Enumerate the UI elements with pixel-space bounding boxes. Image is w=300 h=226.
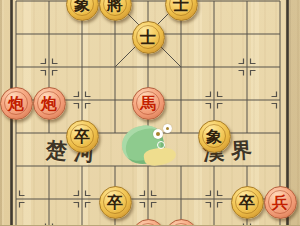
piece-black-general-c4r0[interactable]: 將: [99, 0, 132, 21]
piece-carved-ring: [136, 223, 161, 225]
xiangqi-game-screen: 楚河 漢界 象將士士炮炮馬卒象卒卒兵: [0, 0, 300, 225]
piece-glyph: 炮: [8, 96, 24, 112]
piece-red-cannon-c1r3[interactable]: 炮: [0, 87, 33, 120]
piece-black-soldier-c8r6[interactable]: 卒: [231, 186, 264, 219]
piece-glyph: 卒: [74, 129, 90, 145]
piece-red-cannon-c2r3[interactable]: 炮: [33, 87, 66, 120]
piece-glyph: 卒: [107, 195, 123, 211]
piece-red-soldier-c9r6[interactable]: 兵: [264, 186, 297, 219]
piece-glyph: 馬: [140, 96, 156, 112]
piece-glyph: 士: [140, 30, 156, 46]
piece-carved-ring: [169, 223, 194, 225]
piece-black-elephant-c3r0[interactable]: 象: [66, 0, 99, 21]
piece-glyph: 象: [206, 129, 222, 145]
piece-red-unknown-c6r7[interactable]: [165, 219, 198, 226]
piece-red-unknown-c5r7[interactable]: [132, 219, 165, 226]
piece-glyph: 將: [107, 0, 123, 13]
piece-black-elephant-c7r4[interactable]: 象: [198, 120, 231, 153]
piece-glyph: 炮: [41, 96, 57, 112]
piece-glyph: 士: [173, 0, 189, 13]
piece-black-advisor-c5r1[interactable]: 士: [132, 21, 165, 54]
piece-black-advisor-c6r0[interactable]: 士: [165, 0, 198, 21]
piece-glyph: 卒: [239, 195, 255, 211]
piece-glyph: 兵: [272, 195, 288, 211]
piece-black-soldier-c4r6[interactable]: 卒: [99, 186, 132, 219]
piece-black-soldier-c3r4[interactable]: 卒: [66, 120, 99, 153]
piece-glyph: 象: [74, 0, 90, 13]
pieces-layer: 象將士士炮炮馬卒象卒卒兵: [0, 0, 297, 225]
piece-red-horse-c5r3[interactable]: 馬: [132, 87, 165, 120]
